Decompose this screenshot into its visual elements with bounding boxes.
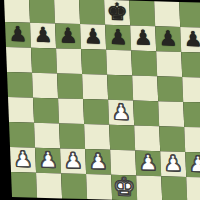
square-g3[interactable] <box>159 126 185 152</box>
square-c5[interactable] <box>57 73 83 99</box>
square-d2[interactable]: ♟ <box>85 149 111 175</box>
black-pawn-c7[interactable]: ♟ <box>58 23 78 49</box>
white-pawn-f2[interactable]: ♟ <box>138 151 158 177</box>
square-a8[interactable] <box>4 0 30 23</box>
square-d7[interactable]: ♟ <box>80 24 106 50</box>
white-pawn-b2[interactable]: ♟ <box>38 148 58 174</box>
square-h7[interactable]: ♟ <box>180 27 200 53</box>
white-king-e1[interactable]: ♚ <box>113 175 136 200</box>
square-a2[interactable]: ♟ <box>10 147 36 173</box>
square-h2[interactable]: ♟ <box>185 152 200 178</box>
square-b1[interactable] <box>36 173 62 199</box>
square-d8[interactable] <box>79 0 105 25</box>
white-pawn-g2[interactable]: ♟ <box>163 151 183 177</box>
chessboard-screenshot: ♚♟♟♟♟♟♟♟♟♟♟♟♟♟♟♟♟♚ <box>0 0 200 200</box>
square-g2[interactable]: ♟ <box>160 151 186 177</box>
black-king-e8[interactable]: ♚ <box>106 0 129 25</box>
square-e2[interactable] <box>110 150 136 176</box>
square-c3[interactable] <box>59 123 85 149</box>
square-g8[interactable] <box>154 1 180 27</box>
square-h4[interactable] <box>183 102 200 128</box>
square-a6[interactable] <box>6 47 32 73</box>
square-f8[interactable] <box>129 0 155 26</box>
square-b3[interactable] <box>34 123 60 149</box>
square-d1[interactable] <box>86 174 112 200</box>
white-pawn-h2[interactable]: ♟ <box>188 152 200 178</box>
square-c8[interactable] <box>54 0 80 24</box>
black-pawn-h7[interactable]: ♟ <box>183 27 200 53</box>
white-pawn-e4[interactable]: ♟ <box>111 100 131 126</box>
white-pawn-c2[interactable]: ♟ <box>63 148 83 174</box>
square-a3[interactable] <box>9 122 35 148</box>
black-pawn-b7[interactable]: ♟ <box>33 23 53 49</box>
square-d3[interactable] <box>84 124 110 150</box>
square-f1[interactable] <box>136 175 162 200</box>
square-d4[interactable] <box>83 99 109 125</box>
square-h3[interactable] <box>184 127 200 153</box>
square-g1[interactable] <box>161 176 187 200</box>
square-c7[interactable]: ♟ <box>55 23 81 49</box>
square-a1[interactable] <box>11 172 37 198</box>
square-b2[interactable]: ♟ <box>35 148 61 174</box>
square-g7[interactable]: ♟ <box>155 26 181 52</box>
square-d5[interactable] <box>82 74 108 100</box>
square-c6[interactable] <box>56 48 82 74</box>
square-c2[interactable]: ♟ <box>60 148 86 174</box>
square-e1[interactable]: ♚ <box>111 175 137 200</box>
square-c1[interactable] <box>61 173 87 199</box>
square-d6[interactable] <box>81 49 107 75</box>
square-h8[interactable] <box>179 2 200 28</box>
square-g6[interactable] <box>156 51 182 77</box>
square-e5[interactable] <box>107 75 133 101</box>
square-e8[interactable]: ♚ <box>104 0 130 25</box>
square-f3[interactable] <box>134 125 160 151</box>
square-b4[interactable] <box>33 98 59 124</box>
square-b5[interactable] <box>32 73 58 99</box>
square-a7[interactable]: ♟ <box>5 22 31 48</box>
black-pawn-f7[interactable]: ♟ <box>133 26 153 52</box>
square-c4[interactable] <box>58 98 84 124</box>
chess-board[interactable]: ♚♟♟♟♟♟♟♟♟♟♟♟♟♟♟♟♟♚ <box>4 0 200 200</box>
black-pawn-d7[interactable]: ♟ <box>83 24 103 50</box>
black-pawn-g7[interactable]: ♟ <box>158 26 178 52</box>
square-f5[interactable] <box>132 75 158 101</box>
square-f4[interactable] <box>133 100 159 126</box>
square-e3[interactable] <box>109 125 135 151</box>
white-pawn-a2[interactable]: ♟ <box>13 147 33 173</box>
square-g5[interactable] <box>157 76 183 102</box>
square-e7[interactable]: ♟ <box>105 25 131 51</box>
square-e4[interactable]: ♟ <box>108 100 134 126</box>
black-pawn-a7[interactable]: ♟ <box>8 22 28 48</box>
square-h1[interactable] <box>186 177 200 200</box>
square-g4[interactable] <box>158 101 184 127</box>
square-h5[interactable] <box>182 77 200 103</box>
square-e6[interactable] <box>106 50 132 76</box>
square-b8[interactable] <box>29 0 55 23</box>
square-b6[interactable] <box>31 48 57 74</box>
square-f7[interactable]: ♟ <box>130 25 156 51</box>
square-a4[interactable] <box>8 97 34 123</box>
square-b7[interactable]: ♟ <box>30 23 56 49</box>
square-f6[interactable] <box>131 50 157 76</box>
square-f2[interactable]: ♟ <box>135 150 161 176</box>
square-a5[interactable] <box>7 72 33 98</box>
white-pawn-d2[interactable]: ♟ <box>88 149 108 175</box>
black-pawn-e7[interactable]: ♟ <box>108 25 128 51</box>
square-h6[interactable] <box>181 52 200 78</box>
